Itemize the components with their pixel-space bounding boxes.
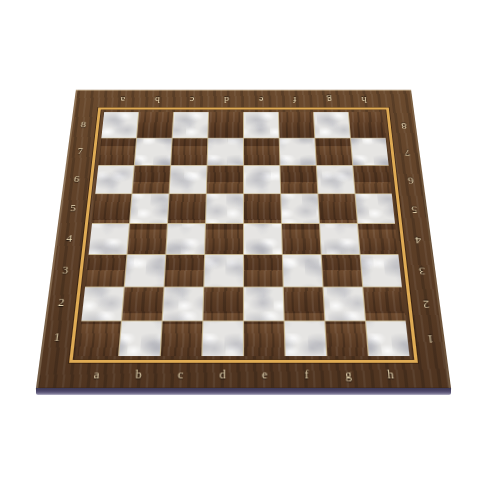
square-h6	[353, 166, 391, 194]
square-c3	[165, 255, 205, 287]
square-g4	[320, 224, 359, 254]
rank-label-right-8: 8	[393, 112, 415, 138]
square-h4	[358, 224, 398, 254]
square-h7	[351, 138, 389, 165]
square-g7	[315, 138, 352, 165]
square-h5	[356, 194, 395, 223]
file-label-bottom-a: a	[74, 366, 118, 386]
rank-label-left-6: 6	[65, 166, 88, 194]
square-c7	[171, 138, 207, 165]
square-a6	[95, 166, 133, 194]
square-h2	[363, 287, 405, 320]
board-side-edge	[36, 388, 451, 395]
square-e4	[244, 224, 282, 254]
rank-label-right-3: 3	[410, 254, 435, 286]
file-label-top-g: g	[312, 92, 347, 105]
square-c4	[166, 224, 205, 254]
square-c5	[168, 194, 206, 223]
rank-label-left-1: 1	[44, 321, 70, 356]
square-b4	[127, 224, 166, 254]
square-c1	[161, 321, 202, 356]
square-f7	[280, 138, 316, 165]
square-e2	[244, 287, 284, 320]
file-label-bottom-d: d	[201, 366, 243, 386]
rank-label-right-1: 1	[417, 321, 443, 356]
square-b8	[137, 112, 173, 137]
file-label-bottom-g: g	[327, 366, 370, 386]
rank-label-left-5: 5	[61, 194, 84, 224]
square-g8	[314, 112, 350, 137]
file-label-bottom-f: f	[285, 366, 328, 386]
square-a7	[98, 138, 136, 165]
square-d3	[204, 255, 243, 287]
square-d4	[205, 224, 243, 254]
board-squares	[78, 112, 410, 356]
square-e6	[244, 166, 280, 194]
square-f8	[279, 112, 314, 137]
square-d8	[208, 112, 243, 137]
square-c2	[163, 287, 204, 320]
square-f4	[282, 224, 321, 254]
rank-label-right-6: 6	[399, 166, 422, 194]
square-f5	[281, 194, 319, 223]
rank-label-right-4: 4	[406, 224, 430, 255]
square-c6	[170, 166, 207, 194]
rank-label-right-2: 2	[413, 287, 438, 321]
square-e5	[244, 194, 281, 223]
square-g6	[317, 166, 355, 194]
file-label-bottom-h: h	[369, 366, 413, 386]
square-g1	[325, 321, 367, 356]
square-a5	[92, 194, 131, 223]
square-g3	[322, 255, 362, 287]
rank-label-right-7: 7	[396, 138, 418, 165]
file-label-top-c: c	[174, 92, 209, 105]
square-b1	[119, 321, 161, 356]
square-b7	[135, 138, 172, 165]
square-b2	[122, 287, 163, 320]
file-label-top-a: a	[105, 92, 141, 105]
file-label-top-h: h	[346, 92, 382, 105]
square-b5	[130, 194, 169, 223]
square-f1	[285, 321, 326, 356]
square-h1	[366, 321, 409, 356]
square-a3	[85, 255, 126, 287]
square-h3	[361, 255, 402, 287]
rank-label-left-7: 7	[69, 138, 91, 165]
square-b6	[132, 166, 170, 194]
square-g5	[318, 194, 357, 223]
square-h8	[349, 112, 386, 137]
square-d6	[207, 166, 243, 194]
rank-label-left-2: 2	[48, 287, 73, 321]
square-d2	[203, 287, 243, 320]
rank-label-left-4: 4	[57, 224, 81, 255]
file-label-top-d: d	[209, 92, 244, 105]
rank-label-left-8: 8	[72, 112, 94, 138]
square-f2	[284, 287, 325, 320]
square-d1	[202, 321, 243, 356]
file-label-top-e: e	[244, 92, 279, 105]
square-a1	[78, 321, 121, 356]
square-d5	[206, 194, 243, 223]
file-labels-top: abcdefgh	[105, 92, 382, 105]
square-e8	[244, 112, 279, 137]
rank-label-right-5: 5	[403, 194, 426, 224]
square-a8	[101, 112, 138, 137]
photo-background: abcdefgh abcdefgh 87654321 87654321	[0, 0, 480, 480]
square-g2	[324, 287, 365, 320]
square-e1	[244, 321, 285, 356]
chess-board-perspective: abcdefgh abcdefgh 87654321 87654321	[36, 90, 451, 390]
file-label-top-f: f	[278, 92, 313, 105]
file-label-bottom-b: b	[117, 366, 160, 386]
square-f6	[280, 166, 317, 194]
square-d7	[208, 138, 243, 165]
square-f3	[283, 255, 323, 287]
file-label-bottom-e: e	[244, 366, 286, 386]
square-e3	[244, 255, 283, 287]
chess-board: abcdefgh abcdefgh 87654321 87654321	[36, 90, 451, 390]
square-e7	[244, 138, 279, 165]
square-a4	[89, 224, 129, 254]
file-label-top-b: b	[140, 92, 175, 105]
square-a2	[81, 287, 123, 320]
file-labels-bottom: abcdefgh	[74, 366, 412, 386]
rank-label-left-3: 3	[53, 254, 78, 286]
square-c8	[173, 112, 208, 137]
square-b3	[125, 255, 165, 287]
file-label-bottom-c: c	[159, 366, 202, 386]
